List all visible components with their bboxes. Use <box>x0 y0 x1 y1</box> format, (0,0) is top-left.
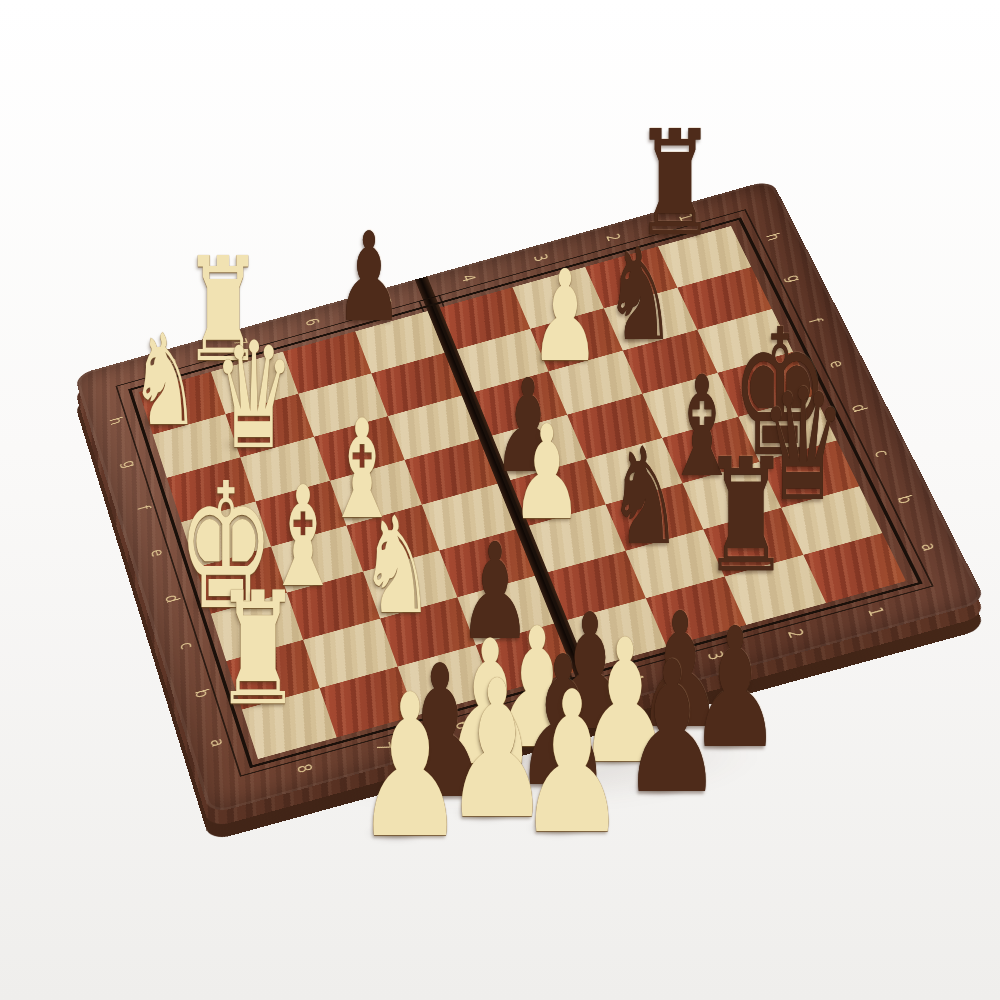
left-edge-file-label-f: f <box>131 500 153 517</box>
right-edge-file-label-b: b <box>891 491 917 508</box>
right-edge-file-label-c: c <box>868 445 894 462</box>
left-edge-file-label-h: h <box>104 413 126 429</box>
piece-white-knight-b6[interactable]: ♞ <box>360 499 434 632</box>
right-edge-file-label-g: g <box>781 271 805 287</box>
captured-black-pawn-4[interactable]: ♟ <box>622 638 723 820</box>
captured-white-pawn-5[interactable]: ♟ <box>518 666 627 862</box>
right-edge-file-label-h: h <box>760 229 784 245</box>
left-edge-file-label-b: b <box>189 685 213 703</box>
piece-white-knight-g8[interactable]: ♞ <box>130 318 200 444</box>
right-edge-file-label-d: d <box>845 400 870 417</box>
left-edge-file-label-e: e <box>145 545 168 562</box>
captured-white-pawn-1[interactable]: ♟ <box>355 669 465 866</box>
piece-black-rook-a2[interactable]: ♜ <box>703 438 790 594</box>
left-edge-file-label-g: g <box>118 456 140 472</box>
far-edge-rank-label-4: 4 <box>456 271 479 287</box>
near-edge-rank-label-2: 2 <box>781 625 807 643</box>
near-edge-rank-label-8: 8 <box>291 760 315 778</box>
piece-black-knight-f2[interactable]: ♞ <box>605 232 676 360</box>
near-edge-rank-label-1: 1 <box>861 603 888 621</box>
piece-white-rook-a8[interactable]: ♜ <box>215 573 301 728</box>
right-edge-file-label-a: a <box>915 538 941 556</box>
piece-black-pawn-h5[interactable]: ♟ <box>335 216 403 339</box>
piece-black-knight-b3[interactable]: ♞ <box>608 430 682 564</box>
product-photo-scene: 8877665544332211hhggffeeddccbbaa ♜♚♞♝♛♜♞… <box>0 0 1000 1000</box>
far-edge-rank-label-6: 6 <box>300 315 322 331</box>
